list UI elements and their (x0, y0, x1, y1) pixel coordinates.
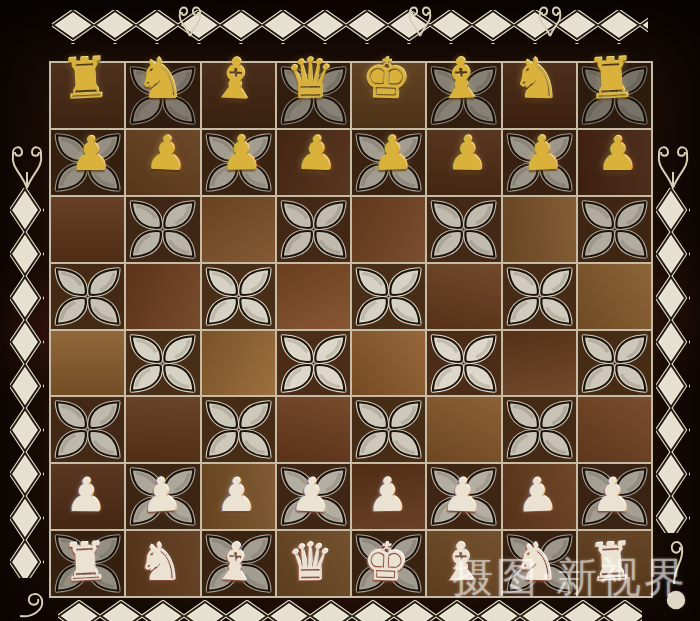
pearl-diamond-chain-bottom (58, 599, 642, 621)
square-a7[interactable]: ♟ (51, 130, 124, 195)
scroll-motif-bottom-right (652, 524, 698, 618)
square-c8[interactable]: ♝ (202, 63, 275, 128)
square-b3[interactable] (126, 397, 199, 462)
square-e7[interactable]: ♟ (352, 130, 425, 195)
pearl-diamond-chain-right (654, 188, 692, 533)
square-d2[interactable]: ♟ (277, 464, 350, 529)
piece-silver-pawn[interactable]: ♟ (591, 471, 633, 518)
shading-veil (51, 331, 124, 396)
shading-veil (126, 264, 199, 329)
piece-gold-rook[interactable]: ♜ (585, 50, 638, 109)
piece-silver-pawn[interactable]: ♟ (65, 471, 107, 518)
square-f7[interactable]: ♟ (427, 130, 500, 195)
piece-silver-queen[interactable]: ♛ (287, 535, 335, 588)
square-b1[interactable]: ♞ (126, 531, 199, 596)
pearl-flower-inlay (126, 197, 199, 262)
shading-veil (352, 331, 425, 396)
square-a2[interactable]: ♟ (51, 464, 124, 529)
square-h3[interactable] (578, 397, 651, 462)
piece-silver-knight[interactable]: ♞ (137, 536, 184, 588)
pearl-flower-inlay (352, 397, 425, 462)
square-b7[interactable]: ♟ (126, 130, 199, 195)
square-e5[interactable] (352, 264, 425, 329)
square-g3[interactable] (503, 397, 576, 462)
piece-silver-pawn[interactable]: ♟ (366, 471, 408, 518)
square-b8[interactable]: ♞ (126, 63, 199, 128)
shading-veil (503, 197, 576, 262)
square-f3[interactable] (427, 397, 500, 462)
pearl-flower-inlay (277, 197, 350, 262)
square-c6[interactable] (202, 197, 275, 262)
piece-silver-pawn[interactable]: ♟ (290, 471, 334, 519)
piece-gold-pawn[interactable]: ♟ (220, 129, 263, 177)
pearl-flower-inlay (277, 331, 350, 396)
square-d8[interactable]: ♛ (277, 63, 350, 128)
piece-gold-bishop[interactable]: ♝ (435, 51, 487, 109)
square-d7[interactable]: ♟ (277, 130, 350, 195)
piece-silver-rook[interactable]: ♜ (587, 534, 636, 588)
square-a8[interactable]: ♜ (51, 63, 124, 128)
pearl-flower-inlay (578, 331, 651, 396)
square-e4[interactable] (352, 331, 425, 396)
shading-veil (202, 197, 275, 262)
square-f2[interactable]: ♟ (427, 464, 500, 529)
piece-silver-pawn[interactable]: ♟ (440, 471, 483, 518)
square-d1[interactable]: ♛ (277, 531, 350, 596)
square-c7[interactable]: ♟ (202, 130, 275, 195)
shading-veil (202, 331, 275, 396)
shading-veil (352, 197, 425, 262)
square-h2[interactable]: ♟ (578, 464, 651, 529)
square-h5[interactable] (578, 264, 651, 329)
piece-silver-rook[interactable]: ♜ (60, 534, 109, 588)
square-f8[interactable]: ♝ (427, 63, 500, 128)
square-a4[interactable] (51, 331, 124, 396)
square-g4[interactable] (503, 331, 576, 396)
square-f5[interactable] (427, 264, 500, 329)
square-g1[interactable]: ♞ (503, 531, 576, 596)
shading-veil (503, 331, 576, 396)
piece-silver-pawn[interactable]: ♟ (516, 471, 559, 518)
piece-silver-knight[interactable]: ♞ (512, 535, 560, 588)
scroll-motif-left-top (7, 138, 47, 190)
square-d3[interactable] (277, 397, 350, 462)
pearl-flower-inlay (126, 331, 199, 396)
square-d5[interactable] (277, 264, 350, 329)
square-c1[interactable]: ♝ (202, 531, 275, 596)
square-g6[interactable] (503, 197, 576, 262)
shading-veil (277, 264, 350, 329)
chess-board-photo: ♜♞♝♛♚♝♞♜♟♟♟♟♟♟♟♟♟♟♟♟♟♟♟♟♜♞♝♛♚♝♞♜ 摄图·新视界 (0, 0, 700, 621)
square-a3[interactable] (51, 397, 124, 462)
square-f6[interactable] (427, 197, 500, 262)
square-f1[interactable]: ♝ (427, 531, 500, 596)
pearl-flower-inlay (427, 197, 500, 262)
scroll-motif-top-1 (175, 4, 205, 38)
piece-silver-bishop[interactable]: ♝ (437, 535, 485, 589)
chess-board: ♜♞♝♛♚♝♞♜♟♟♟♟♟♟♟♟♟♟♟♟♟♟♟♟♜♞♝♛♚♝♞♜ (49, 61, 653, 598)
shading-veil (427, 397, 500, 462)
piece-gold-king[interactable]: ♚ (360, 51, 412, 109)
piece-gold-knight[interactable]: ♞ (135, 51, 185, 107)
square-h7[interactable]: ♟ (578, 130, 651, 195)
square-b2[interactable]: ♟ (126, 464, 199, 529)
square-b4[interactable] (126, 331, 199, 396)
square-a5[interactable] (51, 264, 124, 329)
square-c4[interactable] (202, 331, 275, 396)
pearl-flower-inlay (202, 264, 275, 329)
piece-gold-pawn[interactable]: ♟ (520, 129, 565, 178)
square-e3[interactable] (352, 397, 425, 462)
square-h8[interactable]: ♜ (578, 63, 651, 128)
square-g7[interactable]: ♟ (503, 130, 576, 195)
piece-gold-pawn[interactable]: ♟ (445, 129, 488, 177)
piece-gold-rook[interactable]: ♜ (58, 50, 111, 109)
piece-gold-knight[interactable]: ♞ (511, 51, 562, 108)
scroll-motif-top-3 (535, 4, 565, 38)
shading-veil (51, 197, 124, 262)
piece-gold-queen[interactable]: ♛ (285, 51, 336, 108)
scroll-motif-right-top (653, 138, 693, 190)
pearl-flower-inlay (503, 264, 576, 329)
square-a1[interactable]: ♜ (51, 531, 124, 596)
square-b6[interactable] (126, 197, 199, 262)
piece-gold-pawn[interactable]: ♟ (144, 129, 189, 178)
pearl-flower-inlay (578, 197, 651, 262)
square-c5[interactable] (202, 264, 275, 329)
square-g8[interactable]: ♞ (503, 63, 576, 128)
square-d4[interactable] (277, 331, 350, 396)
piece-gold-bishop[interactable]: ♝ (209, 50, 262, 109)
pearl-flower-inlay (503, 397, 576, 462)
piece-gold-pawn[interactable]: ♟ (596, 130, 638, 177)
pearl-flower-inlay (427, 331, 500, 396)
piece-silver-pawn[interactable]: ♟ (139, 471, 183, 519)
piece-gold-pawn[interactable]: ♟ (294, 129, 338, 177)
piece-silver-king[interactable]: ♚ (361, 535, 409, 589)
scroll-motif-top-2 (405, 4, 435, 38)
square-e2[interactable]: ♟ (352, 464, 425, 529)
pearl-flower-inlay (51, 397, 124, 462)
shading-veil (427, 264, 500, 329)
square-d6[interactable] (277, 197, 350, 262)
shading-veil (126, 397, 199, 462)
square-e6[interactable] (352, 197, 425, 262)
square-a6[interactable] (51, 197, 124, 262)
square-f4[interactable] (427, 331, 500, 396)
pearl-flower-inlay (51, 264, 124, 329)
shading-veil (578, 397, 651, 462)
square-c3[interactable] (202, 397, 275, 462)
pearl-flower-inlay (202, 397, 275, 462)
piece-gold-pawn[interactable]: ♟ (370, 129, 414, 177)
square-e1[interactable]: ♚ (352, 531, 425, 596)
square-g5[interactable] (503, 264, 576, 329)
square-c2[interactable]: ♟ (202, 464, 275, 529)
square-e8[interactable]: ♚ (352, 63, 425, 128)
piece-silver-bishop[interactable]: ♝ (210, 534, 259, 588)
pearl-diamond-chain-left (8, 188, 46, 578)
square-h4[interactable] (578, 331, 651, 396)
square-g2[interactable]: ♟ (503, 464, 576, 529)
square-b5[interactable] (126, 264, 199, 329)
shading-veil (277, 397, 350, 462)
piece-gold-pawn[interactable]: ♟ (70, 130, 112, 177)
square-h1[interactable]: ♜ (578, 531, 651, 596)
shading-veil (578, 264, 651, 329)
pearl-flower-inlay (352, 264, 425, 329)
piece-silver-pawn[interactable]: ♟ (216, 472, 257, 518)
square-h6[interactable] (578, 197, 651, 262)
